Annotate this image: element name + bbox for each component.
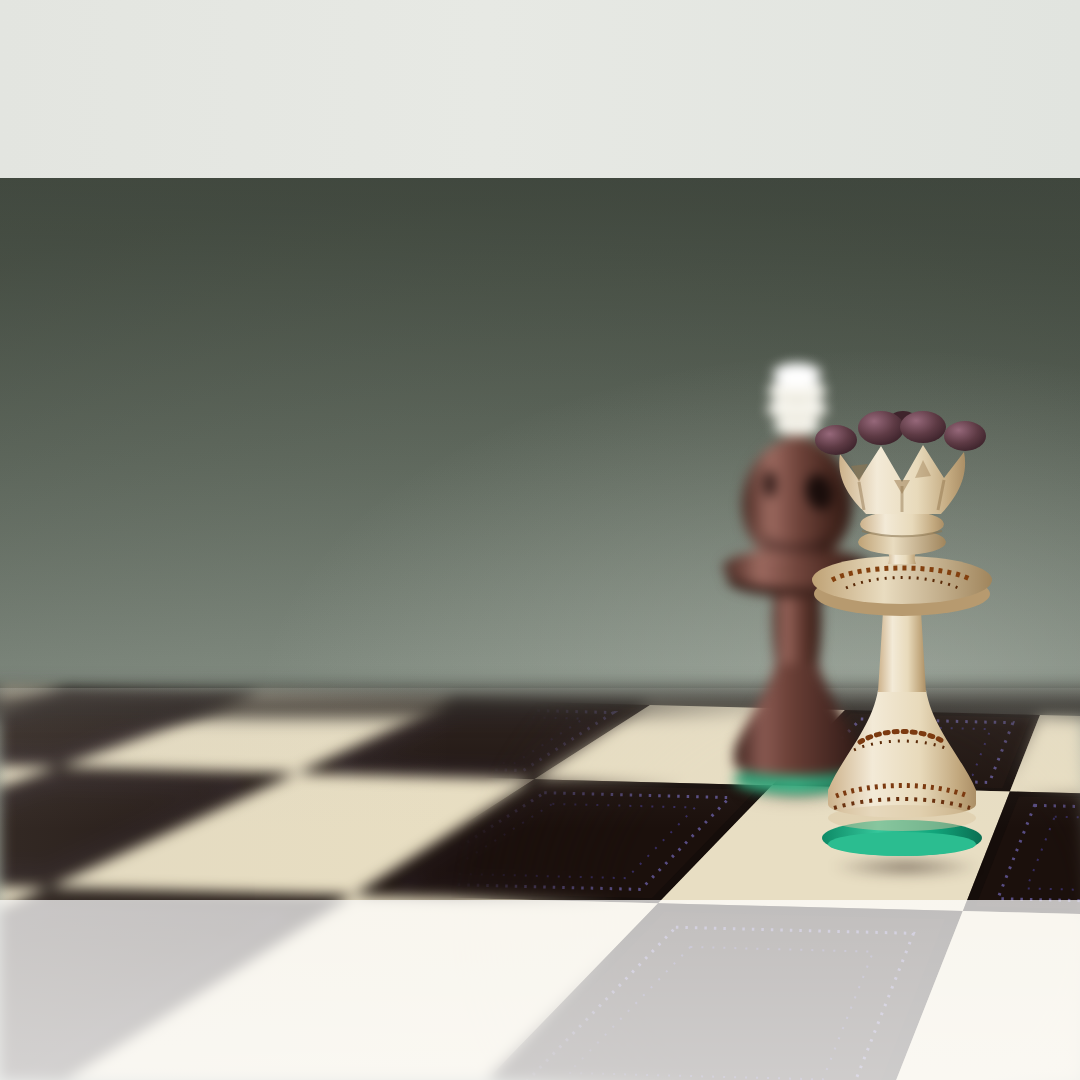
- white-queen-piece: [802, 398, 1012, 878]
- queen-crown: [815, 411, 986, 514]
- crown-bead: [944, 421, 986, 451]
- crown-bead: [900, 411, 946, 443]
- crown-bead: [858, 411, 904, 445]
- bottom-fade-band: [0, 900, 1080, 1080]
- photo-canvas: [0, 0, 1080, 1080]
- top-fade-band: [0, 0, 1080, 178]
- crown-bead: [815, 425, 857, 455]
- queen-body: [812, 511, 992, 831]
